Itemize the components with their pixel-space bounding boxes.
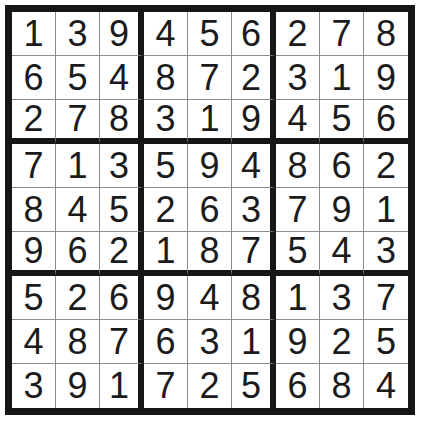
sudoku-cell[interactable]: 3 (320, 276, 364, 320)
sudoku-cell[interactable]: 9 (56, 364, 100, 408)
sudoku-cell[interactable]: 2 (364, 144, 408, 188)
sudoku-cell[interactable]: 5 (188, 12, 232, 56)
sudoku-cell[interactable]: 4 (12, 320, 56, 364)
sudoku-cell[interactable]: 1 (56, 144, 100, 188)
sudoku-cell[interactable]: 1 (12, 12, 56, 56)
sudoku-cell[interactable]: 8 (232, 276, 276, 320)
sudoku-cell[interactable]: 4 (56, 188, 100, 232)
sudoku-cell[interactable]: 3 (56, 12, 100, 56)
sudoku-cell[interactable]: 1 (144, 232, 188, 276)
sudoku-cell[interactable]: 8 (188, 232, 232, 276)
sudoku-cell[interactable]: 7 (320, 12, 364, 56)
sudoku-cell[interactable]: 9 (188, 144, 232, 188)
sudoku-cell[interactable]: 2 (232, 56, 276, 100)
sudoku-cell[interactable]: 5 (56, 56, 100, 100)
sudoku-cell[interactable]: 2 (144, 188, 188, 232)
sudoku-cell[interactable]: 1 (364, 188, 408, 232)
sudoku-cell[interactable]: 3 (144, 100, 188, 144)
sudoku-cell[interactable]: 8 (56, 320, 100, 364)
sudoku-cell[interactable]: 3 (232, 188, 276, 232)
sudoku-cell[interactable]: 1 (320, 56, 364, 100)
sudoku-cell[interactable]: 2 (320, 320, 364, 364)
sudoku-cell[interactable]: 2 (56, 276, 100, 320)
sudoku-cell[interactable]: 8 (100, 100, 144, 144)
sudoku-cell[interactable]: 4 (320, 232, 364, 276)
sudoku-cell[interactable]: 1 (276, 276, 320, 320)
sudoku-cell[interactable]: 6 (188, 188, 232, 232)
sudoku-cell[interactable]: 9 (144, 276, 188, 320)
sudoku-cell[interactable]: 2 (188, 364, 232, 408)
sudoku-cell[interactable]: 8 (364, 12, 408, 56)
sudoku-cell[interactable]: 9 (364, 56, 408, 100)
sudoku-cell[interactable]: 5 (320, 100, 364, 144)
sudoku-cell[interactable]: 7 (364, 276, 408, 320)
sudoku-cell[interactable]: 3 (364, 232, 408, 276)
sudoku-cell[interactable]: 1 (232, 320, 276, 364)
sudoku-cell[interactable]: 3 (100, 144, 144, 188)
sudoku-cell[interactable]: 9 (12, 232, 56, 276)
sudoku-cell[interactable]: 4 (100, 56, 144, 100)
sudoku-cell[interactable]: 4 (276, 100, 320, 144)
sudoku-cell[interactable]: 4 (144, 12, 188, 56)
sudoku-board: 1394562786548723192783194567135948628452… (5, 5, 415, 415)
page: 1394562786548723192783194567135948628452… (0, 0, 446, 445)
sudoku-cell[interactable]: 3 (12, 364, 56, 408)
sudoku-cell[interactable]: 6 (100, 276, 144, 320)
sudoku-cell[interactable]: 7 (232, 232, 276, 276)
sudoku-cell[interactable]: 4 (188, 276, 232, 320)
sudoku-cell[interactable]: 8 (144, 56, 188, 100)
sudoku-cell[interactable]: 4 (364, 364, 408, 408)
sudoku-cell[interactable]: 7 (276, 188, 320, 232)
sudoku-cell[interactable]: 5 (12, 276, 56, 320)
sudoku-cell[interactable]: 4 (232, 144, 276, 188)
sudoku-cell[interactable]: 1 (188, 100, 232, 144)
sudoku-cell[interactable]: 5 (144, 144, 188, 188)
sudoku-cell[interactable]: 9 (320, 188, 364, 232)
sudoku-cell[interactable]: 3 (276, 56, 320, 100)
sudoku-cell[interactable]: 7 (188, 56, 232, 100)
sudoku-cell[interactable]: 9 (232, 100, 276, 144)
sudoku-cell[interactable]: 5 (100, 188, 144, 232)
sudoku-cell[interactable]: 2 (276, 12, 320, 56)
sudoku-cell[interactable]: 7 (12, 144, 56, 188)
sudoku-cell[interactable]: 6 (320, 144, 364, 188)
sudoku-cell[interactable]: 8 (320, 364, 364, 408)
sudoku-cell[interactable]: 6 (232, 12, 276, 56)
sudoku-cell[interactable]: 7 (56, 100, 100, 144)
sudoku-cell[interactable]: 6 (56, 232, 100, 276)
sudoku-cell[interactable]: 3 (188, 320, 232, 364)
sudoku-cell[interactable]: 9 (100, 12, 144, 56)
sudoku-cell[interactable]: 6 (364, 100, 408, 144)
sudoku-cell[interactable]: 7 (100, 320, 144, 364)
sudoku-cell[interactable]: 5 (364, 320, 408, 364)
sudoku-cell[interactable]: 9 (276, 320, 320, 364)
sudoku-cell[interactable]: 1 (100, 364, 144, 408)
sudoku-cell[interactable]: 2 (100, 232, 144, 276)
sudoku-cell[interactable]: 6 (144, 320, 188, 364)
sudoku-cell[interactable]: 8 (276, 144, 320, 188)
sudoku-cell[interactable]: 6 (276, 364, 320, 408)
sudoku-cell[interactable]: 6 (12, 56, 56, 100)
sudoku-cell[interactable]: 7 (144, 364, 188, 408)
sudoku-cell[interactable]: 5 (232, 364, 276, 408)
sudoku-cell[interactable]: 8 (12, 188, 56, 232)
sudoku-cell[interactable]: 2 (12, 100, 56, 144)
sudoku-cell[interactable]: 5 (276, 232, 320, 276)
